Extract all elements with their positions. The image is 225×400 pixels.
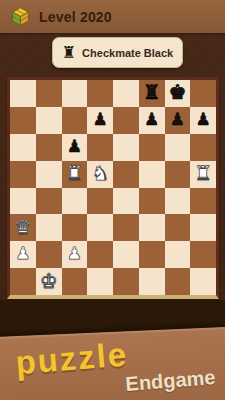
piece-white-knight: ♞ bbox=[91, 163, 109, 183]
piece-white-queen: ♛ bbox=[14, 217, 32, 237]
endgame-label: Endgame bbox=[125, 366, 217, 396]
square-g2[interactable] bbox=[165, 241, 191, 268]
square-c8[interactable] bbox=[62, 80, 88, 107]
puzzle-cube-icon bbox=[10, 6, 31, 27]
square-h4[interactable] bbox=[190, 188, 216, 215]
square-c5[interactable]: ♜ bbox=[62, 161, 88, 188]
piece-black-king: ♚ bbox=[168, 82, 186, 102]
piece-white-pawn: ♟ bbox=[67, 245, 82, 262]
square-a4[interactable] bbox=[10, 188, 36, 215]
app-screen: Level 2020 ♜ Checkmate Black ♜♚♟♟♟♟♟♜♞♜♛… bbox=[0, 0, 225, 400]
square-d4[interactable] bbox=[87, 188, 113, 215]
square-f2[interactable] bbox=[139, 241, 165, 268]
objective-label: Checkmate Black bbox=[82, 47, 173, 59]
square-d1[interactable] bbox=[87, 268, 113, 295]
square-h3[interactable] bbox=[190, 214, 216, 241]
square-c7[interactable] bbox=[62, 107, 88, 134]
square-b5[interactable] bbox=[36, 161, 62, 188]
square-b6[interactable] bbox=[36, 134, 62, 161]
square-e7[interactable] bbox=[113, 107, 139, 134]
square-e2[interactable] bbox=[113, 241, 139, 268]
square-h6[interactable] bbox=[190, 134, 216, 161]
piece-white-rook: ♜ bbox=[194, 163, 212, 183]
square-c2[interactable]: ♟ bbox=[62, 241, 88, 268]
square-d3[interactable] bbox=[87, 214, 113, 241]
square-e8[interactable] bbox=[113, 80, 139, 107]
black-rook-icon: ♜ bbox=[62, 45, 76, 61]
square-c4[interactable] bbox=[62, 188, 88, 215]
square-e5[interactable] bbox=[113, 161, 139, 188]
piece-black-pawn: ♟ bbox=[144, 111, 159, 128]
square-a8[interactable] bbox=[10, 80, 36, 107]
square-g7[interactable]: ♟ bbox=[165, 107, 191, 134]
square-a3[interactable]: ♛ bbox=[10, 214, 36, 241]
piece-black-pawn: ♟ bbox=[67, 138, 82, 155]
square-e6[interactable] bbox=[113, 134, 139, 161]
square-a2[interactable]: ♟ bbox=[10, 241, 36, 268]
level-label: Level 2020 bbox=[39, 9, 112, 25]
square-g5[interactable] bbox=[165, 161, 191, 188]
square-d5[interactable]: ♞ bbox=[87, 161, 113, 188]
square-f7[interactable]: ♟ bbox=[139, 107, 165, 134]
square-b8[interactable] bbox=[36, 80, 62, 107]
puzzle-wordmark: puzzle bbox=[14, 335, 129, 382]
square-h1[interactable] bbox=[190, 268, 216, 295]
square-b2[interactable] bbox=[36, 241, 62, 268]
square-c6[interactable]: ♟ bbox=[62, 134, 88, 161]
square-g1[interactable] bbox=[165, 268, 191, 295]
square-b3[interactable] bbox=[36, 214, 62, 241]
square-a7[interactable] bbox=[10, 107, 36, 134]
square-f6[interactable] bbox=[139, 134, 165, 161]
square-d7[interactable]: ♟ bbox=[87, 107, 113, 134]
square-g6[interactable] bbox=[165, 134, 191, 161]
square-a5[interactable] bbox=[10, 161, 36, 188]
piece-white-king: ♚ bbox=[40, 271, 58, 291]
footer-panel: puzzle Endgame bbox=[0, 327, 225, 400]
square-b7[interactable] bbox=[36, 107, 62, 134]
square-h8[interactable] bbox=[190, 80, 216, 107]
square-g8[interactable]: ♚ bbox=[165, 80, 191, 107]
piece-black-rook: ♜ bbox=[143, 82, 161, 102]
objective-banner: ♜ Checkmate Black bbox=[52, 37, 183, 68]
square-h2[interactable] bbox=[190, 241, 216, 268]
square-f5[interactable] bbox=[139, 161, 165, 188]
piece-black-pawn: ♟ bbox=[170, 111, 185, 128]
chess-board: ♜♚♟♟♟♟♟♜♞♜♛♟♟♚ bbox=[7, 77, 219, 299]
square-b1[interactable]: ♚ bbox=[36, 268, 62, 295]
piece-black-pawn: ♟ bbox=[196, 111, 211, 128]
square-h5[interactable]: ♜ bbox=[190, 161, 216, 188]
square-f4[interactable] bbox=[139, 188, 165, 215]
piece-white-pawn: ♟ bbox=[15, 245, 30, 262]
square-f1[interactable] bbox=[139, 268, 165, 295]
piece-white-rook: ♜ bbox=[65, 163, 83, 183]
square-g4[interactable] bbox=[165, 188, 191, 215]
square-a1[interactable] bbox=[10, 268, 36, 295]
square-e1[interactable] bbox=[113, 268, 139, 295]
square-f8[interactable]: ♜ bbox=[139, 80, 165, 107]
header-bar: Level 2020 bbox=[0, 0, 225, 33]
square-d6[interactable] bbox=[87, 134, 113, 161]
piece-black-pawn: ♟ bbox=[93, 111, 108, 128]
square-a6[interactable] bbox=[10, 134, 36, 161]
square-c1[interactable] bbox=[62, 268, 88, 295]
square-f3[interactable] bbox=[139, 214, 165, 241]
square-e3[interactable] bbox=[113, 214, 139, 241]
square-b4[interactable] bbox=[36, 188, 62, 215]
square-h7[interactable]: ♟ bbox=[190, 107, 216, 134]
square-e4[interactable] bbox=[113, 188, 139, 215]
square-g3[interactable] bbox=[165, 214, 191, 241]
square-d8[interactable] bbox=[87, 80, 113, 107]
square-d2[interactable] bbox=[87, 241, 113, 268]
square-c3[interactable] bbox=[62, 214, 88, 241]
